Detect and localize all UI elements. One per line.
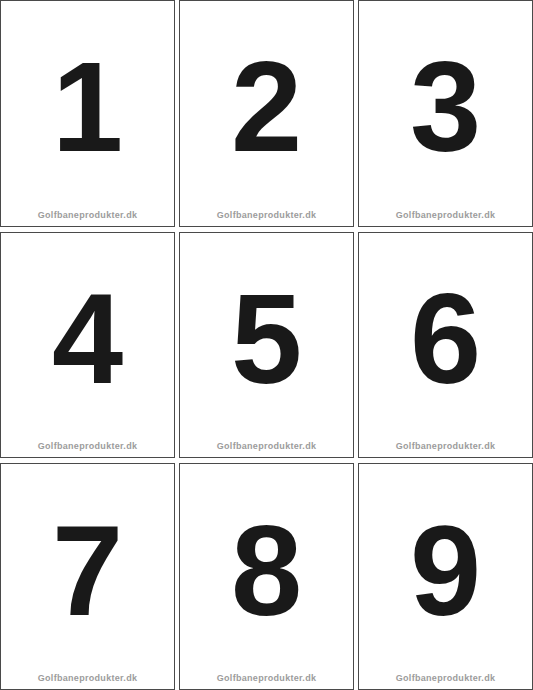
card-number: 8 xyxy=(231,507,302,635)
number-card-7: 7 Golfbaneprodukter.dk xyxy=(0,463,175,690)
number-card-4: 4 Golfbaneprodukter.dk xyxy=(0,232,175,459)
watermark-text: Golfbaneprodukter.dk xyxy=(1,210,174,220)
card-number: 2 xyxy=(231,43,302,171)
card-number: 6 xyxy=(410,275,481,403)
number-card-5: 5 Golfbaneprodukter.dk xyxy=(179,232,354,459)
number-card-sheet: 1 Golfbaneprodukter.dk 2 Golfbaneprodukt… xyxy=(0,0,533,690)
watermark-text: Golfbaneprodukter.dk xyxy=(359,441,532,451)
card-number: 4 xyxy=(52,275,123,403)
card-number: 7 xyxy=(52,507,123,635)
number-card-2: 2 Golfbaneprodukter.dk xyxy=(179,0,354,227)
watermark-text: Golfbaneprodukter.dk xyxy=(180,210,353,220)
card-number: 3 xyxy=(410,43,481,171)
watermark-text: Golfbaneprodukter.dk xyxy=(359,210,532,220)
number-card-6: 6 Golfbaneprodukter.dk xyxy=(358,232,533,459)
card-number: 5 xyxy=(231,275,302,403)
card-number: 9 xyxy=(410,507,481,635)
number-card-9: 9 Golfbaneprodukter.dk xyxy=(358,463,533,690)
number-card-8: 8 Golfbaneprodukter.dk xyxy=(179,463,354,690)
number-card-3: 3 Golfbaneprodukter.dk xyxy=(358,0,533,227)
watermark-text: Golfbaneprodukter.dk xyxy=(180,441,353,451)
watermark-text: Golfbaneprodukter.dk xyxy=(359,673,532,683)
number-card-1: 1 Golfbaneprodukter.dk xyxy=(0,0,175,227)
card-number: 1 xyxy=(52,43,123,171)
watermark-text: Golfbaneprodukter.dk xyxy=(1,441,174,451)
watermark-text: Golfbaneprodukter.dk xyxy=(180,673,353,683)
watermark-text: Golfbaneprodukter.dk xyxy=(1,673,174,683)
